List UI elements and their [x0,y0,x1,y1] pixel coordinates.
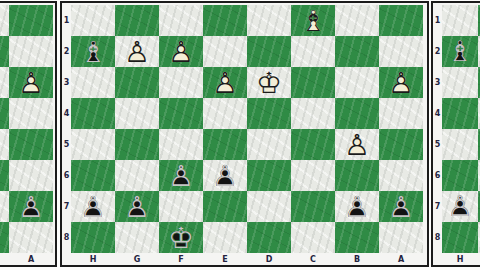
black-pawn-outline: ♙ [115,191,159,222]
center-square-a6[interactable] [379,160,423,191]
board-right-partial: ♝♗♟♙12345678H [431,1,480,267]
right-square-h4[interactable] [442,98,478,129]
center-rank-label-8: 8 [62,222,71,253]
center-square-g4[interactable] [115,98,159,129]
center-square-d7[interactable] [247,191,291,222]
right-rank-label-6: 6 [433,160,442,191]
center-square-a5[interactable] [379,129,423,160]
left-square-a8[interactable] [9,222,53,253]
center-square-c8[interactable] [291,222,335,253]
chess-diagram-strip: ♟♙♟♙A ♝♗♟♙♟♙♟♙♟♙♟♙♚♔♟♙♟♙♚♔♝♗♟♙♟♙♟♙♟♙1234… [0,0,480,270]
left-square-b8[interactable] [0,222,9,253]
center-square-b8[interactable] [335,222,379,253]
center-square-d3[interactable]: ♚♔ [247,67,291,98]
center-square-h1[interactable] [71,5,115,36]
center-square-e1[interactable] [203,5,247,36]
white-pawn-outline: ♙ [159,36,203,67]
center-file-label-A: A [379,253,423,265]
white-pawn-outline: ♙ [335,129,379,160]
center-square-g7[interactable]: ♟♙ [115,191,159,222]
left-square-b7[interactable] [0,191,9,222]
black-pawn-outline: ♙ [442,191,478,222]
right-rank-label-3: 3 [433,67,442,98]
center-rank-label-4: 4 [62,98,71,129]
center-rank-label-6: 6 [62,160,71,191]
center-square-d4[interactable] [247,98,291,129]
left-square-b3[interactable] [0,67,9,98]
center-square-g5[interactable] [115,129,159,160]
center-square-c2[interactable] [291,36,335,67]
left-square-b2[interactable] [0,36,9,67]
center-square-g2[interactable]: ♟♙ [115,36,159,67]
center-square-f4[interactable] [159,98,203,129]
left-piece-black-pawn-a7[interactable]: ♟♙ [9,191,53,222]
black-bishop-outline: ♗ [442,36,478,67]
white-pawn-outline: ♙ [9,67,53,98]
center-square-e7[interactable] [203,191,247,222]
right-piece-black-pawn-h7[interactable]: ♟♙ [442,191,478,222]
board-left-partial: ♟♙♟♙A [0,1,57,267]
center-square-e5[interactable] [203,129,247,160]
center-square-d6[interactable] [247,160,291,191]
left-square-a4[interactable] [9,98,53,129]
center-square-g1[interactable] [115,5,159,36]
center-piece-white-pawn-g2[interactable]: ♟♙ [115,36,159,67]
right-square-h6[interactable] [442,160,478,191]
center-piece-black-pawn-g7[interactable]: ♟♙ [115,191,159,222]
center-square-e6[interactable]: ♟♙ [203,160,247,191]
center-square-f2[interactable]: ♟♙ [159,36,203,67]
center-square-h8[interactable] [71,222,115,253]
center-rank-label-1: 1 [62,5,71,36]
right-square-h7[interactable]: ♟♙ [442,191,478,222]
left-square-a7[interactable]: ♟♙ [9,191,53,222]
center-square-f5[interactable] [159,129,203,160]
center-square-f8[interactable]: ♚♔ [159,222,203,253]
right-file-label-H: H [442,253,478,265]
center-piece-white-bishop-c1[interactable]: ♝♗ [291,5,335,36]
center-piece-white-king-d3[interactable]: ♚♔ [247,67,291,98]
center-square-c3[interactable] [291,67,335,98]
center-piece-white-pawn-e3[interactable]: ♟♙ [203,67,247,98]
center-square-b7[interactable]: ♟♙ [335,191,379,222]
right-rank-label-2: 2 [433,36,442,67]
left-file-label-A: A [9,253,53,265]
center-square-f3[interactable] [159,67,203,98]
black-bishop-outline: ♗ [71,36,115,67]
center-square-e8[interactable] [203,222,247,253]
center-square-c1[interactable]: ♝♗ [291,5,335,36]
left-square-a6[interactable] [9,160,53,191]
center-square-d1[interactable] [247,5,291,36]
center-square-g6[interactable] [115,160,159,191]
center-square-c7[interactable] [291,191,335,222]
white-bishop-outline: ♗ [291,5,335,36]
center-square-d5[interactable] [247,129,291,160]
center-rank-label-2: 2 [62,36,71,67]
center-square-h3[interactable] [71,67,115,98]
black-pawn-outline: ♙ [335,191,379,222]
center-square-d2[interactable] [247,36,291,67]
right-square-h3[interactable] [442,67,478,98]
center-square-a4[interactable] [379,98,423,129]
center-square-g8[interactable] [115,222,159,253]
white-pawn-outline: ♙ [115,36,159,67]
center-square-h6[interactable] [71,160,115,191]
center-file-label-E: E [203,253,247,265]
center-rank-label-7: 7 [62,191,71,222]
left-square-a2[interactable] [9,36,53,67]
center-square-a8[interactable] [379,222,423,253]
center-square-b1[interactable] [335,5,379,36]
white-pawn-outline: ♙ [203,67,247,98]
center-square-f6[interactable]: ♟♙ [159,160,203,191]
center-square-a3[interactable]: ♟♙ [379,67,423,98]
white-pawn-outline: ♙ [379,67,423,98]
right-square-h2[interactable]: ♝♗ [442,36,478,67]
center-square-a1[interactable] [379,5,423,36]
center-piece-white-pawn-f2[interactable]: ♟♙ [159,36,203,67]
black-pawn-outline: ♙ [159,160,203,191]
center-piece-white-pawn-a3[interactable]: ♟♙ [379,67,423,98]
right-square-h1[interactable] [442,5,478,36]
center-square-h7[interactable]: ♟♙ [71,191,115,222]
center-square-e2[interactable] [203,36,247,67]
center-square-h4[interactable] [71,98,115,129]
black-pawn-outline: ♙ [71,191,115,222]
center-piece-black-pawn-h7[interactable]: ♟♙ [71,191,115,222]
center-square-a2[interactable] [379,36,423,67]
black-pawn-outline: ♙ [203,160,247,191]
left-square-b5[interactable] [0,129,9,160]
center-piece-black-pawn-f6[interactable]: ♟♙ [159,160,203,191]
center-file-label-C: C [291,253,335,265]
right-piece-black-bishop-h2[interactable]: ♝♗ [442,36,478,67]
left-square-a1[interactable] [9,5,53,36]
center-square-a7[interactable]: ♟♙ [379,191,423,222]
center-rank-label-5: 5 [62,129,71,160]
black-king-outline: ♔ [159,222,203,253]
center-square-f7[interactable] [159,191,203,222]
center-file-label-H: H [71,253,115,265]
center-square-b5[interactable]: ♟♙ [335,129,379,160]
center-square-d8[interactable] [247,222,291,253]
left-square-b6[interactable] [0,160,9,191]
right-rank-label-1: 1 [433,5,442,36]
center-square-b3[interactable] [335,67,379,98]
center-square-b4[interactable] [335,98,379,129]
center-piece-black-pawn-a7[interactable]: ♟♙ [379,191,423,222]
center-square-e3[interactable]: ♟♙ [203,67,247,98]
center-square-b2[interactable] [335,36,379,67]
center-piece-black-pawn-b7[interactable]: ♟♙ [335,191,379,222]
center-square-e4[interactable] [203,98,247,129]
right-rank-label-8: 8 [433,222,442,253]
center-square-b6[interactable] [335,160,379,191]
left-square-b1[interactable] [0,5,9,36]
center-square-g3[interactable] [115,67,159,98]
center-file-label-B: B [335,253,379,265]
left-square-b4[interactable] [0,98,9,129]
right-square-h8[interactable] [442,222,478,253]
right-square-h5[interactable] [442,129,478,160]
center-file-label-G: G [115,253,159,265]
center-piece-black-king-f8[interactable]: ♚♔ [159,222,203,253]
center-rank-label-3: 3 [62,67,71,98]
left-piece-white-pawn-a3[interactable]: ♟♙ [9,67,53,98]
center-square-c4[interactable] [291,98,335,129]
center-square-h5[interactable] [71,129,115,160]
right-rank-label-4: 4 [433,98,442,129]
center-square-c6[interactable] [291,160,335,191]
center-square-c5[interactable] [291,129,335,160]
center-piece-white-pawn-b5[interactable]: ♟♙ [335,129,379,160]
black-pawn-outline: ♙ [9,191,53,222]
center-piece-black-bishop-h2[interactable]: ♝♗ [71,36,115,67]
right-rank-label-7: 7 [433,191,442,222]
left-square-a5[interactable] [9,129,53,160]
black-pawn-outline: ♙ [379,191,423,222]
white-king-outline: ♔ [247,67,291,98]
center-square-h2[interactable]: ♝♗ [71,36,115,67]
center-square-f1[interactable] [159,5,203,36]
center-file-label-D: D [247,253,291,265]
board-center: ♝♗♟♙♟♙♟♙♟♙♟♙♚♔♟♙♟♙♚♔♝♗♟♙♟♙♟♙♟♙12345678HG… [60,1,429,267]
left-square-a3[interactable]: ♟♙ [9,67,53,98]
center-piece-black-pawn-e6[interactable]: ♟♙ [203,160,247,191]
right-rank-label-5: 5 [433,129,442,160]
